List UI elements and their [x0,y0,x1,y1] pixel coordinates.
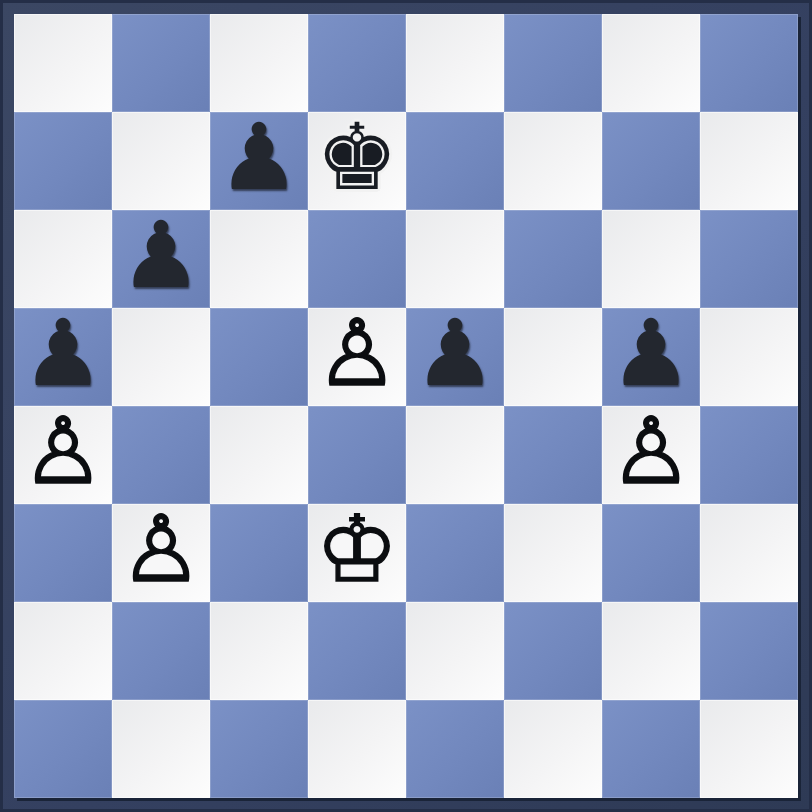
square-g7[interactable] [602,112,700,210]
square-d5[interactable]: ♟♙ [308,308,406,406]
square-c6[interactable] [210,210,308,308]
square-h8[interactable] [700,14,798,112]
square-h7[interactable] [700,112,798,210]
square-e6[interactable] [406,210,504,308]
square-b8[interactable] [112,14,210,112]
square-g8[interactable] [602,14,700,112]
square-g5[interactable]: ♟ [602,308,700,406]
square-e1[interactable] [406,700,504,798]
square-b3[interactable]: ♟♙ [112,504,210,602]
white-pawn-d5[interactable]: ♟♙ [308,308,406,406]
square-c7[interactable]: ♟ [210,112,308,210]
square-b7[interactable] [112,112,210,210]
square-g2[interactable] [602,602,700,700]
square-c4[interactable] [210,406,308,504]
square-a4[interactable]: ♟♙ [14,406,112,504]
square-b5[interactable] [112,308,210,406]
white-king-d3[interactable]: ♚♔ [308,504,406,602]
black-king-d7[interactable]: ♚ [308,112,406,210]
square-f2[interactable] [504,602,602,700]
square-a1[interactable] [14,700,112,798]
white-pawn-icon: ♙ [14,403,112,501]
square-g4[interactable]: ♟♙ [602,406,700,504]
square-a5[interactable]: ♟ [14,308,112,406]
black-pawn-icon: ♟ [210,109,308,207]
square-f4[interactable] [504,406,602,504]
square-d4[interactable] [308,406,406,504]
square-c3[interactable] [210,504,308,602]
square-e5[interactable]: ♟ [406,308,504,406]
white-pawn-a4[interactable]: ♟♙ [14,406,112,504]
square-e7[interactable] [406,112,504,210]
square-c1[interactable] [210,700,308,798]
square-e8[interactable] [406,14,504,112]
square-a3[interactable] [14,504,112,602]
square-a8[interactable] [14,14,112,112]
chess-board-frame: ♟♚♟♟♟♙♟♟♟♙♟♙♟♙♚♔ [0,0,812,812]
white-pawn-icon: ♙ [308,305,406,403]
square-d2[interactable] [308,602,406,700]
square-g6[interactable] [602,210,700,308]
square-g1[interactable] [602,700,700,798]
square-h5[interactable] [700,308,798,406]
square-b2[interactable] [112,602,210,700]
square-f3[interactable] [504,504,602,602]
square-f6[interactable] [504,210,602,308]
black-pawn-b6[interactable]: ♟ [112,210,210,308]
square-a7[interactable] [14,112,112,210]
square-d3[interactable]: ♚♔ [308,504,406,602]
square-f8[interactable] [504,14,602,112]
square-h2[interactable] [700,602,798,700]
black-pawn-icon: ♟ [112,207,210,305]
square-h4[interactable] [700,406,798,504]
square-e3[interactable] [406,504,504,602]
white-pawn-icon: ♙ [112,501,210,599]
black-pawn-icon: ♟ [406,305,504,403]
square-f5[interactable] [504,308,602,406]
black-pawn-icon: ♟ [14,305,112,403]
square-d8[interactable] [308,14,406,112]
square-h3[interactable] [700,504,798,602]
square-b1[interactable] [112,700,210,798]
black-pawn-a5[interactable]: ♟ [14,308,112,406]
white-pawn-icon: ♙ [602,403,700,501]
square-b4[interactable] [112,406,210,504]
square-d7[interactable]: ♚ [308,112,406,210]
square-a6[interactable] [14,210,112,308]
square-c2[interactable] [210,602,308,700]
square-g3[interactable] [602,504,700,602]
black-king-icon: ♚ [308,109,406,207]
square-f7[interactable] [504,112,602,210]
black-pawn-icon: ♟ [602,305,700,403]
square-c8[interactable] [210,14,308,112]
square-e4[interactable] [406,406,504,504]
black-pawn-c7[interactable]: ♟ [210,112,308,210]
white-king-icon: ♔ [308,501,406,599]
white-pawn-g4[interactable]: ♟♙ [602,406,700,504]
black-pawn-g5[interactable]: ♟ [602,308,700,406]
square-h6[interactable] [700,210,798,308]
square-f1[interactable] [504,700,602,798]
square-b6[interactable]: ♟ [112,210,210,308]
square-d1[interactable] [308,700,406,798]
square-e2[interactable] [406,602,504,700]
square-c5[interactable] [210,308,308,406]
black-pawn-e5[interactable]: ♟ [406,308,504,406]
square-d6[interactable] [308,210,406,308]
square-h1[interactable] [700,700,798,798]
square-a2[interactable] [14,602,112,700]
chess-board: ♟♚♟♟♟♙♟♟♟♙♟♙♟♙♚♔ [14,14,798,798]
white-pawn-b3[interactable]: ♟♙ [112,504,210,602]
